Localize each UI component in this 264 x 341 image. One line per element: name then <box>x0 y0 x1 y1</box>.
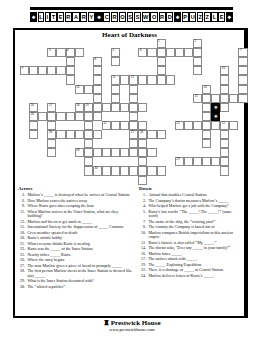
cell-number: 22 <box>222 122 225 125</box>
grid-cell[interactable] <box>238 66 247 75</box>
grid-cell[interactable]: 2 <box>193 39 202 48</box>
grid-cell[interactable] <box>147 48 156 57</box>
grid-cell[interactable] <box>238 57 247 66</box>
grid-cell[interactable] <box>120 121 129 130</box>
letter-tile: I <box>45 12 50 22</box>
cell-number: 8 <box>94 58 96 61</box>
letter-tile: Z <box>204 12 211 22</box>
clue-text: Marlow delivers letters to Kurtz’s _____… <box>148 274 241 279</box>
grid-cell[interactable] <box>93 103 102 112</box>
cell-number: 1 <box>158 40 160 43</box>
clue-item: 5.Kurtz’s last words: “The _____! The __… <box>139 210 241 219</box>
grid-cell[interactable] <box>202 121 211 130</box>
grid-cell[interactable] <box>202 112 211 121</box>
grid-cell[interactable] <box>193 57 202 66</box>
header-tile-strip: ❖LITERARY❖CROSSWORD❖PUZZLE❖ <box>30 12 233 23</box>
down-heading: Down <box>139 186 241 192</box>
grid-cell[interactable]: 18 <box>75 103 84 112</box>
grid-cell[interactable]: 9 <box>20 66 29 75</box>
grid-cell[interactable]: 28 <box>75 148 84 157</box>
letter-tile: D <box>166 12 173 22</box>
letter-tile: Z <box>197 12 204 22</box>
grid-cell[interactable] <box>129 121 138 130</box>
grid-cell[interactable] <box>138 157 147 166</box>
grid-cell[interactable] <box>202 103 211 112</box>
grid-cell[interactable] <box>138 121 147 130</box>
ornament-tile-icon: ❖ <box>226 12 233 22</box>
ornament-tile-icon: ❖ <box>174 12 181 22</box>
banner-rule <box>30 7 233 10</box>
letter-tile: O <box>119 12 126 22</box>
cell-number: 21 <box>103 122 106 125</box>
grid-cell[interactable] <box>184 157 193 166</box>
grid-cell[interactable] <box>138 103 147 112</box>
grid-cell[interactable] <box>166 48 175 57</box>
cell-number: 15 <box>194 95 197 98</box>
grid-cell[interactable] <box>138 139 147 148</box>
grid-cell[interactable] <box>184 48 193 57</box>
grid-cell[interactable]: 7 <box>238 48 247 57</box>
grid-cell[interactable] <box>157 57 166 66</box>
cell-number: 7 <box>240 49 242 52</box>
grid-cell[interactable] <box>193 48 202 57</box>
grid-cell[interactable]: 6 <box>138 48 147 57</box>
cell-number: 13 <box>76 86 79 89</box>
letter-tile: L <box>38 12 45 22</box>
clue-number: 10. <box>139 231 146 240</box>
letter-tile: U <box>189 12 196 22</box>
cell-number: 4 <box>67 49 69 52</box>
grid-cell[interactable]: 24 <box>138 130 147 139</box>
grid-cell[interactable] <box>84 112 93 121</box>
grid-cell[interactable] <box>202 139 211 148</box>
grid-cell[interactable] <box>66 130 75 139</box>
grid-cell[interactable] <box>47 66 56 75</box>
letter-tile: T <box>50 12 57 22</box>
grid-cell[interactable]: 17 <box>47 103 56 112</box>
clue-item: 11.When Marlow arrives at the Outer Stat… <box>18 210 134 219</box>
grid-cell[interactable] <box>29 130 38 139</box>
grid-cell[interactable] <box>220 148 229 157</box>
grid-cell[interactable] <box>138 148 147 157</box>
grid-cell[interactable]: 30 <box>93 166 102 175</box>
grid-cell[interactable] <box>175 48 184 57</box>
cell-number: 30 <box>94 167 97 170</box>
grid-cell[interactable] <box>238 75 247 84</box>
grid-cell[interactable] <box>129 148 138 157</box>
publisher-url: www.prestwickhouse.com <box>0 327 264 332</box>
grid-cell[interactable]: 25 <box>175 121 184 130</box>
grid-cell[interactable]: 14 <box>202 85 211 94</box>
clue-text: The first person Marlow meets at the Inn… <box>27 269 134 278</box>
grid-cell[interactable] <box>220 157 229 166</box>
across-clues: Across 3.Marlow’s _____ is destroyed whe… <box>18 186 134 290</box>
grid-cell[interactable] <box>111 57 120 66</box>
grid-cell[interactable] <box>129 85 138 94</box>
grid-cell[interactable] <box>238 85 247 94</box>
grid-cell[interactable] <box>93 85 102 94</box>
grid-cell[interactable] <box>120 103 129 112</box>
grid-cell[interactable] <box>220 166 229 175</box>
grid-cell[interactable] <box>84 121 93 130</box>
letter-tile: E <box>218 12 225 22</box>
clue-number: 5. <box>139 210 146 219</box>
clue-text: Kurtz’s last words: “The _____! The ____… <box>148 210 241 219</box>
letter-tile: O <box>150 12 157 22</box>
grid-cell[interactable]: 15 <box>193 94 202 103</box>
grid-cell[interactable] <box>84 157 93 166</box>
across-clue-list: 3.Marlow’s _____ is destroyed when he ar… <box>18 193 134 289</box>
grid-cell[interactable] <box>129 112 138 121</box>
letter-tile: Y <box>88 12 95 22</box>
grid-cell[interactable] <box>193 66 202 75</box>
clue-number: 30. <box>18 285 25 290</box>
grid-cell[interactable] <box>202 157 211 166</box>
grid-cell[interactable]: 27 <box>129 130 138 139</box>
worksheet-page: ❖LITERARY❖CROSSWORD❖PUZZLE❖ Heart of Dar… <box>0 0 264 341</box>
grid-cell[interactable] <box>75 112 84 121</box>
grid-cell[interactable] <box>193 157 202 166</box>
ornament-tile-icon: ❖ <box>30 12 37 22</box>
cell-number: 18 <box>76 104 79 107</box>
grid-cell[interactable] <box>66 66 75 75</box>
grid-cell[interactable] <box>157 66 166 75</box>
clue-item: 30.The “whited sepulcher” <box>18 285 134 290</box>
grid-cell[interactable] <box>129 94 138 103</box>
grid-cell[interactable] <box>111 94 120 103</box>
grid-cell[interactable] <box>93 94 102 103</box>
grid-cell[interactable] <box>111 148 120 157</box>
grid-cell[interactable] <box>84 130 93 139</box>
grid-cell[interactable] <box>102 166 111 175</box>
grid-cell[interactable] <box>111 121 120 130</box>
cell-number: 27 <box>131 131 134 134</box>
cell-number: 19 <box>85 104 88 107</box>
grid-cell[interactable] <box>84 166 93 175</box>
cell-number: 28 <box>76 149 79 152</box>
puzzle-frame: Heart of Darkness 1234567891011121314151… <box>13 28 248 318</box>
grid-cell[interactable] <box>238 94 247 103</box>
grid-cell[interactable]: 19 <box>84 103 93 112</box>
letter-tile: S <box>134 12 141 22</box>
grid-cell[interactable] <box>47 139 56 148</box>
letter-tile: R <box>159 12 166 22</box>
grid-cell[interactable] <box>66 112 75 121</box>
grid-cell[interactable] <box>157 130 166 139</box>
letter-tile: S <box>127 12 134 22</box>
grid-cell[interactable] <box>211 94 220 103</box>
grid-cell[interactable]: 3 <box>47 48 56 57</box>
grid-cell[interactable] <box>229 121 238 130</box>
publisher-logo-icon: ♜ <box>103 319 109 326</box>
grid-cell[interactable] <box>129 166 138 175</box>
publisher-name: Prestwick House <box>111 319 161 327</box>
grid-cell[interactable]: 11 <box>111 75 120 84</box>
letter-tile: A <box>72 12 79 22</box>
grid-cell[interactable] <box>220 94 229 103</box>
grid-cell[interactable] <box>147 166 156 175</box>
grid-cell[interactable] <box>229 94 238 103</box>
grid-cell[interactable] <box>93 112 102 121</box>
grid-cell[interactable] <box>111 166 120 175</box>
grid-cell[interactable] <box>66 75 75 84</box>
letter-tile: C <box>103 12 110 22</box>
cell-number: 26 <box>49 131 52 134</box>
grid-cell[interactable] <box>56 66 65 75</box>
cell-number: 3 <box>49 49 51 52</box>
grid-cell[interactable] <box>157 48 166 57</box>
letter-tile: L <box>211 12 218 22</box>
cell-number: 25 <box>176 122 179 125</box>
grid-cell[interactable] <box>93 75 102 84</box>
grid-cell[interactable] <box>84 85 93 94</box>
grid-cell[interactable]: 12 <box>129 75 138 84</box>
clue-section: Across 3.Marlow’s _____ is destroyed whe… <box>18 186 241 290</box>
cell-number: 9 <box>22 67 24 70</box>
grid-cell[interactable] <box>220 103 229 112</box>
black-ornament-cell: ❖ <box>211 112 220 121</box>
grid-cell[interactable] <box>220 75 229 84</box>
clue-number: 24. <box>139 274 146 279</box>
grid-cell[interactable]: 22 <box>220 121 229 130</box>
grid-cell[interactable]: 10 <box>220 66 229 75</box>
grid-cell[interactable]: 26 <box>47 130 56 139</box>
cell-number: 12 <box>131 76 134 79</box>
grid-cell[interactable]: 1 <box>157 39 166 48</box>
grid-cell[interactable] <box>147 148 156 157</box>
publisher-footer: ♜Prestwick House www.prestwickhouse.com <box>0 319 264 332</box>
grid-cell[interactable] <box>220 85 229 94</box>
letter-tile: R <box>111 12 118 22</box>
cell-number: 2 <box>194 40 196 43</box>
grid-cell[interactable] <box>120 75 129 84</box>
grid-cell[interactable]: 4 <box>66 48 75 57</box>
grid-cell[interactable] <box>29 121 38 130</box>
grid-cell[interactable] <box>147 75 156 84</box>
cell-number: 29 <box>176 158 179 161</box>
cell-number: 20 <box>31 113 34 116</box>
letter-tile: E <box>57 12 64 22</box>
grid-cell[interactable]: 13 <box>75 85 84 94</box>
grid-cell[interactable] <box>102 103 111 112</box>
grid-cell[interactable]: 8 <box>93 57 102 66</box>
letter-tile: R <box>65 12 72 22</box>
grid-cell[interactable] <box>211 157 220 166</box>
publisher-line: ♜Prestwick House <box>0 319 264 327</box>
clue-item: 10.Marlow compares British imperialism t… <box>139 231 241 240</box>
clue-item: 28.The first person Marlow meets at the … <box>18 269 134 278</box>
down-clues: Down 1.Animal that troubles Central Stat… <box>139 186 241 290</box>
clue-text: When Marlow arrives at the Outer Station… <box>27 210 134 219</box>
clue-item: 24.Marlow delivers letters to Kurtz’s __… <box>139 274 241 279</box>
grid-cell[interactable] <box>56 112 65 121</box>
grid-cell[interactable] <box>84 148 93 157</box>
letter-tile: P <box>182 12 189 22</box>
grid-cell[interactable] <box>93 148 102 157</box>
grid-cell[interactable] <box>138 75 147 84</box>
grid-cell[interactable] <box>38 66 47 75</box>
letter-tile: R <box>80 12 87 22</box>
grid-cell[interactable] <box>193 121 202 130</box>
down-clue-list: 1.Animal that troubles Central Station2.… <box>139 193 241 278</box>
grid-cell[interactable] <box>166 75 175 84</box>
cell-number: 5 <box>113 49 115 52</box>
cell-number: 10 <box>222 67 225 70</box>
grid-cell[interactable] <box>120 166 129 175</box>
clue-number: 28. <box>18 269 25 278</box>
grid-cell[interactable] <box>129 103 138 112</box>
grid-cell[interactable] <box>211 121 220 130</box>
grid-cell[interactable] <box>66 57 75 66</box>
grid-cell[interactable] <box>120 148 129 157</box>
clue-text: Marlow compares British imperialism to t… <box>148 231 241 240</box>
grid-cell[interactable] <box>93 66 102 75</box>
letter-tile: W <box>142 12 150 22</box>
cell-number: 14 <box>204 86 207 89</box>
grid-cell[interactable] <box>47 121 56 130</box>
grid-cell[interactable]: 29 <box>175 157 184 166</box>
grid-cell[interactable] <box>111 103 120 112</box>
grid-cell[interactable] <box>147 130 156 139</box>
clue-number: 11. <box>18 210 25 219</box>
grid-cell[interactable] <box>129 139 138 148</box>
grid-cell[interactable] <box>157 75 166 84</box>
cell-number: 24 <box>140 131 143 134</box>
grid-cell[interactable] <box>56 130 65 139</box>
cell-number: 6 <box>140 49 142 52</box>
ornament-tile-icon: ❖ <box>95 12 102 22</box>
grid-cell[interactable] <box>202 94 211 103</box>
grid-cell[interactable] <box>75 48 84 57</box>
grid-cell[interactable] <box>102 148 111 157</box>
grid-cell[interactable] <box>138 176 147 185</box>
grid-cell[interactable] <box>47 148 56 157</box>
grid-cell[interactable] <box>75 130 84 139</box>
grid-cell[interactable] <box>29 66 38 75</box>
grid-cell[interactable] <box>202 130 211 139</box>
clue-text: The “whited sepulcher” <box>27 285 134 290</box>
page-title: Heart of Darkness <box>15 31 244 39</box>
grid-cell[interactable]: 20 <box>29 112 38 121</box>
across-heading: Across <box>18 186 134 192</box>
grid-cell[interactable] <box>111 85 120 94</box>
grid-cell[interactable] <box>93 130 102 139</box>
cell-number: 17 <box>49 104 52 107</box>
grid-cell[interactable] <box>157 166 166 175</box>
cell-number: 11 <box>113 76 116 79</box>
grid-cell[interactable] <box>220 139 229 148</box>
grid-cell[interactable] <box>220 130 229 139</box>
grid-cell[interactable] <box>38 112 47 121</box>
grid-cell[interactable] <box>47 112 56 121</box>
grid-cell[interactable] <box>56 48 65 57</box>
grid-cell[interactable] <box>138 166 147 175</box>
grid-cell[interactable] <box>84 139 93 148</box>
grid-cell[interactable]: 16 <box>29 103 38 112</box>
cell-number: 16 <box>31 104 34 107</box>
black-ornament-cell: ❖ <box>211 103 220 112</box>
crossword-grid: 12345678910111213141516171819❖20❖2125222… <box>20 39 256 185</box>
grid-cell[interactable]: 5 <box>111 48 120 57</box>
grid-cell[interactable]: 21 <box>102 121 111 130</box>
grid-cell[interactable] <box>184 121 193 130</box>
